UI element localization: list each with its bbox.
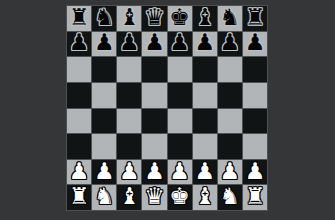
square-f8[interactable]: ♝ [193,6,217,31]
square-b8[interactable]: ♞ [92,6,116,31]
square-c4[interactable] [117,109,141,134]
square-f6[interactable] [193,57,217,82]
black-pawn[interactable]: ♟ [245,32,266,55]
square-a5[interactable] [67,83,91,108]
square-e3[interactable] [168,134,192,159]
square-b6[interactable] [92,57,116,82]
square-g2[interactable]: ♟ [218,160,242,185]
black-queen[interactable]: ♛ [144,6,165,29]
black-pawn[interactable]: ♟ [144,32,165,55]
white-queen[interactable]: ♛ [144,185,165,208]
black-pawn[interactable]: ♟ [119,32,140,55]
square-f3[interactable] [193,134,217,159]
white-knight[interactable]: ♞ [220,185,241,208]
square-f1[interactable]: ♝ [193,185,217,210]
black-rook[interactable]: ♜ [69,6,90,29]
square-a4[interactable] [67,109,91,134]
white-pawn[interactable]: ♟ [245,160,266,183]
white-bishop[interactable]: ♝ [194,185,215,208]
square-a8[interactable]: ♜ [67,6,91,31]
white-pawn[interactable]: ♟ [119,160,140,183]
white-pawn[interactable]: ♟ [69,160,90,183]
white-pawn[interactable]: ♟ [220,160,241,183]
square-h6[interactable] [243,57,267,82]
square-h4[interactable] [243,109,267,134]
square-a3[interactable] [67,134,91,159]
black-rook[interactable]: ♜ [245,6,266,29]
square-g6[interactable] [218,57,242,82]
square-b3[interactable] [92,134,116,159]
square-d8[interactable]: ♛ [142,6,166,31]
square-e5[interactable] [168,83,192,108]
square-f5[interactable] [193,83,217,108]
square-h7[interactable]: ♟ [243,32,267,57]
white-rook[interactable]: ♜ [245,185,266,208]
square-d7[interactable]: ♟ [142,32,166,57]
square-b7[interactable]: ♟ [92,32,116,57]
black-pawn[interactable]: ♟ [69,32,90,55]
black-pawn[interactable]: ♟ [220,32,241,55]
square-h5[interactable] [243,83,267,108]
square-b4[interactable] [92,109,116,134]
black-pawn[interactable]: ♟ [194,32,215,55]
square-d2[interactable]: ♟ [142,160,166,185]
app-background: { "game": "chess", "position": { "fen": … [0,0,335,220]
white-rook[interactable]: ♜ [69,185,90,208]
square-c5[interactable] [117,83,141,108]
square-e4[interactable] [168,109,192,134]
square-c2[interactable]: ♟ [117,160,141,185]
square-e1[interactable]: ♚ [168,185,192,210]
white-knight[interactable]: ♞ [94,185,115,208]
black-knight[interactable]: ♞ [94,6,115,29]
square-e7[interactable]: ♟ [168,32,192,57]
square-h3[interactable] [243,134,267,159]
square-b5[interactable] [92,83,116,108]
square-d1[interactable]: ♛ [142,185,166,210]
black-pawn[interactable]: ♟ [169,32,190,55]
square-h2[interactable]: ♟ [243,160,267,185]
square-a6[interactable] [67,57,91,82]
square-c1[interactable]: ♝ [117,185,141,210]
white-king[interactable]: ♚ [169,185,190,208]
square-g4[interactable] [218,109,242,134]
white-pawn[interactable]: ♟ [144,160,165,183]
black-pawn[interactable]: ♟ [94,32,115,55]
square-d4[interactable] [142,109,166,134]
square-h8[interactable]: ♜ [243,6,267,31]
square-a7[interactable]: ♟ [67,32,91,57]
square-c7[interactable]: ♟ [117,32,141,57]
square-c3[interactable] [117,134,141,159]
square-d6[interactable] [142,57,166,82]
square-g8[interactable]: ♞ [218,6,242,31]
black-king[interactable]: ♚ [169,6,190,29]
square-f4[interactable] [193,109,217,134]
square-f7[interactable]: ♟ [193,32,217,57]
square-e8[interactable]: ♚ [168,6,192,31]
square-d3[interactable] [142,134,166,159]
black-bishop[interactable]: ♝ [194,6,215,29]
square-f2[interactable]: ♟ [193,160,217,185]
square-a2[interactable]: ♟ [67,160,91,185]
chess-board: ♜♞♝♛♚♝♞♜♟♟♟♟♟♟♟♟♟♟♟♟♟♟♟♟♜♞♝♛♚♝♞♜ [66,5,268,211]
white-pawn[interactable]: ♟ [169,160,190,183]
square-e2[interactable]: ♟ [168,160,192,185]
square-g3[interactable] [218,134,242,159]
square-b2[interactable]: ♟ [92,160,116,185]
white-bishop[interactable]: ♝ [119,185,140,208]
square-c8[interactable]: ♝ [117,6,141,31]
square-d5[interactable] [142,83,166,108]
square-e6[interactable] [168,57,192,82]
square-a1[interactable]: ♜ [67,185,91,210]
white-pawn[interactable]: ♟ [94,160,115,183]
white-pawn[interactable]: ♟ [194,160,215,183]
square-c6[interactable] [117,57,141,82]
black-bishop[interactable]: ♝ [119,6,140,29]
square-g1[interactable]: ♞ [218,185,242,210]
square-g5[interactable] [218,83,242,108]
square-h1[interactable]: ♜ [243,185,267,210]
black-knight[interactable]: ♞ [220,6,241,29]
square-b1[interactable]: ♞ [92,185,116,210]
square-g7[interactable]: ♟ [218,32,242,57]
